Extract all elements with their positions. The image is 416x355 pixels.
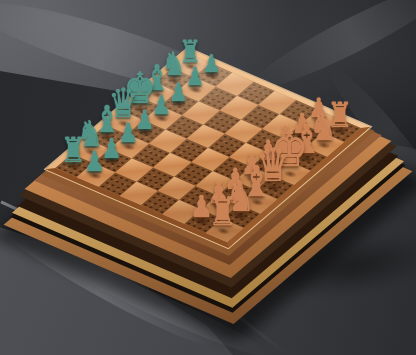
piece-black-pawn-e7: ♟: [152, 93, 171, 119]
piece-black-pawn-f7: ♟: [169, 79, 188, 104]
piece-black-pawn-g7: ♟: [186, 65, 204, 90]
piece-black-rook-a8: ♜: [60, 132, 85, 166]
piece-black-pawn-a7: ♟: [84, 148, 105, 176]
piece-black-pawn-h7: ♟: [202, 52, 220, 76]
photo-scene: ♜♟♟♜♞♟♟♞♝♟♟♝♚♟♟♚♛♟♟♛♝♟♟♝♞♟♟♞♜♟♟♜: [0, 0, 416, 355]
piece-white-rook-a1: ♜: [209, 193, 238, 232]
